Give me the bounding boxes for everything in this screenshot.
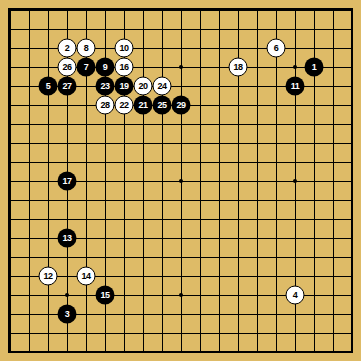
intersection[interactable] xyxy=(210,20,229,39)
intersection[interactable] xyxy=(115,20,134,39)
intersection[interactable] xyxy=(210,172,229,191)
intersection[interactable] xyxy=(77,248,96,267)
intersection[interactable] xyxy=(229,96,248,115)
intersection[interactable] xyxy=(172,191,191,210)
intersection[interactable] xyxy=(20,20,39,39)
intersection[interactable] xyxy=(248,305,267,324)
intersection[interactable] xyxy=(286,96,305,115)
intersection[interactable] xyxy=(77,324,96,343)
intersection[interactable] xyxy=(324,39,343,58)
intersection[interactable] xyxy=(1,324,20,343)
intersection[interactable] xyxy=(134,172,153,191)
intersection[interactable] xyxy=(286,343,305,361)
intersection[interactable] xyxy=(324,343,343,361)
intersection[interactable] xyxy=(191,172,210,191)
intersection[interactable] xyxy=(248,248,267,267)
intersection[interactable] xyxy=(172,286,191,305)
intersection[interactable] xyxy=(191,229,210,248)
intersection[interactable] xyxy=(20,58,39,77)
intersection[interactable] xyxy=(39,96,58,115)
intersection[interactable] xyxy=(96,20,115,39)
intersection[interactable] xyxy=(324,210,343,229)
intersection[interactable] xyxy=(229,172,248,191)
intersection[interactable] xyxy=(229,248,248,267)
intersection[interactable] xyxy=(39,248,58,267)
intersection[interactable] xyxy=(153,210,172,229)
intersection[interactable] xyxy=(286,1,305,20)
intersection[interactable] xyxy=(96,267,115,286)
intersection[interactable] xyxy=(39,1,58,20)
intersection[interactable] xyxy=(153,39,172,58)
intersection[interactable] xyxy=(343,191,361,210)
intersection[interactable] xyxy=(115,134,134,153)
intersection[interactable] xyxy=(305,1,324,20)
intersection[interactable] xyxy=(58,324,77,343)
intersection[interactable] xyxy=(229,324,248,343)
intersection[interactable] xyxy=(248,324,267,343)
intersection[interactable] xyxy=(39,58,58,77)
intersection[interactable] xyxy=(267,115,286,134)
intersection[interactable] xyxy=(134,115,153,134)
intersection[interactable] xyxy=(343,286,361,305)
intersection[interactable] xyxy=(286,210,305,229)
intersection[interactable] xyxy=(115,324,134,343)
intersection[interactable] xyxy=(39,39,58,58)
intersection[interactable] xyxy=(96,172,115,191)
intersection[interactable] xyxy=(267,172,286,191)
intersection[interactable] xyxy=(191,1,210,20)
intersection[interactable] xyxy=(96,210,115,229)
intersection[interactable] xyxy=(153,324,172,343)
intersection[interactable] xyxy=(1,39,20,58)
intersection[interactable] xyxy=(172,248,191,267)
intersection[interactable] xyxy=(1,248,20,267)
intersection[interactable] xyxy=(343,229,361,248)
intersection[interactable] xyxy=(58,210,77,229)
intersection[interactable] xyxy=(1,1,20,20)
intersection[interactable] xyxy=(267,1,286,20)
intersection[interactable] xyxy=(286,324,305,343)
intersection[interactable] xyxy=(324,229,343,248)
intersection[interactable] xyxy=(20,229,39,248)
intersection[interactable] xyxy=(77,229,96,248)
intersection[interactable] xyxy=(305,39,324,58)
intersection[interactable] xyxy=(210,1,229,20)
intersection[interactable] xyxy=(20,286,39,305)
intersection[interactable] xyxy=(305,286,324,305)
intersection[interactable] xyxy=(96,115,115,134)
intersection[interactable] xyxy=(96,305,115,324)
intersection[interactable] xyxy=(248,20,267,39)
intersection[interactable] xyxy=(20,210,39,229)
intersection[interactable] xyxy=(39,115,58,134)
intersection[interactable] xyxy=(191,20,210,39)
intersection[interactable] xyxy=(172,1,191,20)
intersection[interactable] xyxy=(267,324,286,343)
intersection[interactable] xyxy=(172,343,191,361)
intersection[interactable] xyxy=(134,20,153,39)
intersection[interactable] xyxy=(172,267,191,286)
intersection[interactable] xyxy=(286,305,305,324)
intersection[interactable] xyxy=(1,77,20,96)
intersection[interactable] xyxy=(343,115,361,134)
intersection[interactable] xyxy=(343,267,361,286)
intersection[interactable] xyxy=(191,267,210,286)
intersection[interactable] xyxy=(324,248,343,267)
intersection[interactable] xyxy=(115,305,134,324)
intersection[interactable] xyxy=(267,58,286,77)
intersection[interactable] xyxy=(96,191,115,210)
intersection[interactable] xyxy=(1,153,20,172)
intersection[interactable] xyxy=(1,134,20,153)
intersection[interactable] xyxy=(343,58,361,77)
intersection[interactable] xyxy=(286,39,305,58)
intersection[interactable] xyxy=(248,153,267,172)
intersection[interactable] xyxy=(20,77,39,96)
intersection[interactable] xyxy=(115,172,134,191)
intersection[interactable] xyxy=(267,77,286,96)
intersection[interactable] xyxy=(134,210,153,229)
intersection[interactable] xyxy=(39,229,58,248)
intersection[interactable] xyxy=(172,39,191,58)
intersection[interactable] xyxy=(210,286,229,305)
intersection[interactable] xyxy=(96,39,115,58)
intersection[interactable] xyxy=(153,343,172,361)
intersection[interactable] xyxy=(267,134,286,153)
intersection[interactable] xyxy=(305,172,324,191)
intersection[interactable] xyxy=(229,39,248,58)
intersection[interactable] xyxy=(286,248,305,267)
intersection[interactable] xyxy=(115,1,134,20)
intersection[interactable] xyxy=(115,115,134,134)
intersection[interactable] xyxy=(191,96,210,115)
intersection[interactable] xyxy=(77,305,96,324)
intersection[interactable] xyxy=(77,115,96,134)
intersection[interactable] xyxy=(134,267,153,286)
intersection[interactable] xyxy=(267,343,286,361)
intersection[interactable] xyxy=(58,115,77,134)
intersection[interactable] xyxy=(324,305,343,324)
intersection[interactable] xyxy=(324,286,343,305)
intersection[interactable] xyxy=(248,267,267,286)
intersection[interactable] xyxy=(172,305,191,324)
intersection[interactable] xyxy=(229,210,248,229)
intersection[interactable] xyxy=(267,286,286,305)
intersection[interactable] xyxy=(210,58,229,77)
intersection[interactable] xyxy=(286,191,305,210)
intersection[interactable] xyxy=(1,20,20,39)
intersection[interactable] xyxy=(267,305,286,324)
intersection[interactable] xyxy=(210,267,229,286)
intersection[interactable] xyxy=(267,248,286,267)
intersection[interactable] xyxy=(172,115,191,134)
intersection[interactable] xyxy=(229,305,248,324)
intersection[interactable] xyxy=(77,343,96,361)
intersection[interactable] xyxy=(305,77,324,96)
intersection[interactable] xyxy=(153,20,172,39)
intersection[interactable] xyxy=(96,343,115,361)
intersection[interactable] xyxy=(1,343,20,361)
intersection[interactable] xyxy=(324,1,343,20)
intersection[interactable] xyxy=(153,115,172,134)
intersection[interactable] xyxy=(305,324,324,343)
intersection[interactable] xyxy=(343,1,361,20)
intersection[interactable] xyxy=(153,153,172,172)
intersection[interactable] xyxy=(1,172,20,191)
intersection[interactable] xyxy=(58,1,77,20)
intersection[interactable] xyxy=(343,324,361,343)
intersection[interactable] xyxy=(191,286,210,305)
intersection[interactable] xyxy=(115,343,134,361)
intersection[interactable] xyxy=(210,324,229,343)
intersection[interactable] xyxy=(172,77,191,96)
intersection[interactable] xyxy=(39,286,58,305)
intersection[interactable] xyxy=(286,58,305,77)
intersection[interactable] xyxy=(58,153,77,172)
intersection[interactable] xyxy=(286,267,305,286)
intersection[interactable] xyxy=(286,153,305,172)
intersection[interactable] xyxy=(324,191,343,210)
intersection[interactable] xyxy=(248,39,267,58)
intersection[interactable] xyxy=(39,191,58,210)
intersection[interactable] xyxy=(324,77,343,96)
intersection[interactable] xyxy=(134,248,153,267)
intersection[interactable] xyxy=(305,20,324,39)
intersection[interactable] xyxy=(191,134,210,153)
intersection[interactable] xyxy=(305,267,324,286)
intersection[interactable] xyxy=(96,1,115,20)
intersection[interactable] xyxy=(343,20,361,39)
intersection[interactable] xyxy=(115,191,134,210)
intersection[interactable] xyxy=(172,134,191,153)
intersection[interactable] xyxy=(39,210,58,229)
intersection[interactable] xyxy=(191,248,210,267)
intersection[interactable] xyxy=(267,210,286,229)
intersection[interactable] xyxy=(134,229,153,248)
intersection[interactable] xyxy=(115,153,134,172)
intersection[interactable] xyxy=(286,20,305,39)
intersection[interactable] xyxy=(153,229,172,248)
intersection[interactable] xyxy=(96,134,115,153)
intersection[interactable] xyxy=(248,343,267,361)
intersection[interactable] xyxy=(324,96,343,115)
intersection[interactable] xyxy=(96,229,115,248)
intersection[interactable] xyxy=(115,286,134,305)
intersection[interactable] xyxy=(267,267,286,286)
intersection[interactable] xyxy=(210,343,229,361)
intersection[interactable] xyxy=(134,343,153,361)
intersection[interactable] xyxy=(343,343,361,361)
intersection[interactable] xyxy=(39,134,58,153)
intersection[interactable] xyxy=(286,172,305,191)
intersection[interactable] xyxy=(20,172,39,191)
intersection[interactable] xyxy=(324,58,343,77)
intersection[interactable] xyxy=(20,267,39,286)
intersection[interactable] xyxy=(191,324,210,343)
intersection[interactable] xyxy=(1,191,20,210)
intersection[interactable] xyxy=(77,96,96,115)
intersection[interactable] xyxy=(229,77,248,96)
intersection[interactable] xyxy=(134,1,153,20)
intersection[interactable] xyxy=(267,20,286,39)
intersection[interactable] xyxy=(191,39,210,58)
intersection[interactable] xyxy=(191,305,210,324)
intersection[interactable] xyxy=(96,248,115,267)
intersection[interactable] xyxy=(20,191,39,210)
intersection[interactable] xyxy=(134,191,153,210)
intersection[interactable] xyxy=(248,172,267,191)
intersection[interactable] xyxy=(343,39,361,58)
intersection[interactable] xyxy=(267,229,286,248)
intersection[interactable] xyxy=(134,324,153,343)
intersection[interactable] xyxy=(248,210,267,229)
intersection[interactable] xyxy=(305,229,324,248)
intersection[interactable] xyxy=(20,248,39,267)
intersection[interactable] xyxy=(77,210,96,229)
intersection[interactable] xyxy=(324,267,343,286)
intersection[interactable] xyxy=(39,324,58,343)
intersection[interactable] xyxy=(39,343,58,361)
intersection[interactable] xyxy=(1,96,20,115)
intersection[interactable] xyxy=(210,96,229,115)
intersection[interactable] xyxy=(229,134,248,153)
intersection[interactable] xyxy=(229,343,248,361)
intersection[interactable] xyxy=(343,172,361,191)
intersection[interactable] xyxy=(267,96,286,115)
intersection[interactable] xyxy=(305,343,324,361)
intersection[interactable] xyxy=(267,153,286,172)
intersection[interactable] xyxy=(153,172,172,191)
intersection[interactable] xyxy=(20,324,39,343)
intersection[interactable] xyxy=(77,153,96,172)
intersection[interactable] xyxy=(229,153,248,172)
intersection[interactable] xyxy=(77,1,96,20)
intersection[interactable] xyxy=(305,96,324,115)
intersection[interactable] xyxy=(20,1,39,20)
intersection[interactable] xyxy=(248,191,267,210)
intersection[interactable] xyxy=(1,229,20,248)
intersection[interactable] xyxy=(77,134,96,153)
intersection[interactable] xyxy=(58,20,77,39)
intersection[interactable] xyxy=(77,20,96,39)
intersection[interactable] xyxy=(248,115,267,134)
intersection[interactable] xyxy=(153,191,172,210)
intersection[interactable] xyxy=(134,305,153,324)
intersection[interactable] xyxy=(210,210,229,229)
intersection[interactable] xyxy=(248,58,267,77)
intersection[interactable] xyxy=(20,96,39,115)
intersection[interactable] xyxy=(343,77,361,96)
intersection[interactable] xyxy=(248,96,267,115)
intersection[interactable] xyxy=(58,191,77,210)
intersection[interactable] xyxy=(115,267,134,286)
intersection[interactable] xyxy=(229,191,248,210)
intersection[interactable] xyxy=(134,58,153,77)
intersection[interactable] xyxy=(153,305,172,324)
intersection[interactable] xyxy=(134,286,153,305)
intersection[interactable] xyxy=(305,134,324,153)
intersection[interactable] xyxy=(20,305,39,324)
intersection[interactable] xyxy=(115,229,134,248)
intersection[interactable] xyxy=(1,210,20,229)
intersection[interactable] xyxy=(172,324,191,343)
intersection[interactable] xyxy=(134,153,153,172)
intersection[interactable] xyxy=(58,267,77,286)
intersection[interactable] xyxy=(324,20,343,39)
intersection[interactable] xyxy=(229,267,248,286)
intersection[interactable] xyxy=(210,248,229,267)
intersection[interactable] xyxy=(1,267,20,286)
intersection[interactable] xyxy=(191,77,210,96)
intersection[interactable] xyxy=(210,77,229,96)
intersection[interactable] xyxy=(172,58,191,77)
intersection[interactable] xyxy=(343,248,361,267)
intersection[interactable] xyxy=(77,286,96,305)
intersection[interactable] xyxy=(1,115,20,134)
intersection[interactable] xyxy=(343,96,361,115)
intersection[interactable] xyxy=(39,172,58,191)
intersection[interactable] xyxy=(58,96,77,115)
intersection[interactable] xyxy=(172,210,191,229)
intersection[interactable] xyxy=(134,134,153,153)
intersection[interactable] xyxy=(248,1,267,20)
intersection[interactable] xyxy=(77,172,96,191)
intersection[interactable] xyxy=(134,39,153,58)
intersection[interactable] xyxy=(191,343,210,361)
intersection[interactable] xyxy=(229,1,248,20)
intersection[interactable] xyxy=(267,191,286,210)
intersection[interactable] xyxy=(305,248,324,267)
intersection[interactable] xyxy=(20,153,39,172)
intersection[interactable] xyxy=(305,191,324,210)
intersection[interactable] xyxy=(153,1,172,20)
intersection[interactable] xyxy=(1,286,20,305)
intersection[interactable] xyxy=(343,210,361,229)
intersection[interactable] xyxy=(324,134,343,153)
intersection[interactable] xyxy=(343,305,361,324)
intersection[interactable] xyxy=(153,134,172,153)
intersection[interactable] xyxy=(343,134,361,153)
intersection[interactable] xyxy=(324,115,343,134)
intersection[interactable] xyxy=(153,286,172,305)
intersection[interactable] xyxy=(96,324,115,343)
intersection[interactable] xyxy=(305,115,324,134)
intersection[interactable] xyxy=(172,20,191,39)
intersection[interactable] xyxy=(210,305,229,324)
intersection[interactable] xyxy=(229,286,248,305)
intersection[interactable] xyxy=(248,134,267,153)
intersection[interactable] xyxy=(305,305,324,324)
intersection[interactable] xyxy=(77,191,96,210)
intersection[interactable] xyxy=(58,286,77,305)
intersection[interactable] xyxy=(20,115,39,134)
intersection[interactable] xyxy=(1,58,20,77)
intersection[interactable] xyxy=(248,77,267,96)
intersection[interactable] xyxy=(172,229,191,248)
intersection[interactable] xyxy=(286,134,305,153)
intersection[interactable] xyxy=(305,210,324,229)
intersection[interactable] xyxy=(191,191,210,210)
intersection[interactable] xyxy=(20,343,39,361)
intersection[interactable] xyxy=(153,267,172,286)
intersection[interactable] xyxy=(39,20,58,39)
intersection[interactable] xyxy=(286,229,305,248)
intersection[interactable] xyxy=(115,248,134,267)
intersection[interactable] xyxy=(96,153,115,172)
intersection[interactable] xyxy=(58,248,77,267)
intersection[interactable] xyxy=(210,153,229,172)
intersection[interactable] xyxy=(210,115,229,134)
